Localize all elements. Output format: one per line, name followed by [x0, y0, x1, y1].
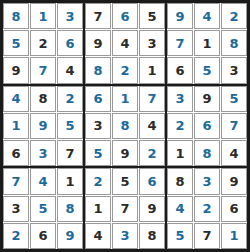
sudoku-cell-r6c9[interactable]: 4	[221, 140, 247, 166]
sudoku-cell-r4c2[interactable]: 8	[30, 86, 56, 112]
sudoku-cell-r3c6[interactable]: 1	[139, 57, 165, 83]
sudoku-cell-r1c2[interactable]: 1	[30, 3, 56, 29]
sudoku-cell-r1c4[interactable]: 7	[85, 3, 111, 29]
sudoku-cell-r6c3[interactable]: 7	[57, 140, 83, 166]
sudoku-cell-r4c6[interactable]: 7	[139, 86, 165, 112]
sudoku-cell-r8c6[interactable]: 9	[139, 196, 165, 222]
sudoku-box-7: 741358269	[3, 168, 83, 249]
sudoku-cell-r4c9[interactable]: 5	[221, 86, 247, 112]
sudoku-box-3: 942718653	[167, 3, 247, 84]
sudoku-cell-r3c8[interactable]: 5	[194, 57, 220, 83]
sudoku-cell-r1c7[interactable]: 9	[167, 3, 193, 29]
sudoku-cell-r7c2[interactable]: 4	[30, 168, 56, 194]
sudoku-cell-r2c2[interactable]: 2	[30, 30, 56, 56]
sudoku-cell-r5c8[interactable]: 6	[194, 113, 220, 139]
sudoku-cell-r4c8[interactable]: 9	[194, 86, 220, 112]
sudoku-box-1: 813526974	[3, 3, 83, 84]
sudoku-cell-r9c6[interactable]: 8	[139, 223, 165, 249]
sudoku-cell-r7c5[interactable]: 5	[112, 168, 138, 194]
sudoku-box-9: 839426571	[167, 168, 247, 249]
sudoku-cell-r2c5[interactable]: 4	[112, 30, 138, 56]
sudoku-cell-r3c2[interactable]: 7	[30, 57, 56, 83]
sudoku-cell-r5c5[interactable]: 8	[112, 113, 138, 139]
sudoku-cell-r3c5[interactable]: 2	[112, 57, 138, 83]
sudoku-cell-r8c9[interactable]: 6	[221, 196, 247, 222]
sudoku-board: 8135269747659438219427186534821956376173…	[0, 0, 250, 252]
sudoku-box-2: 765943821	[85, 3, 165, 84]
sudoku-cell-r3c1[interactable]: 9	[3, 57, 29, 83]
sudoku-cell-r2c4[interactable]: 9	[85, 30, 111, 56]
sudoku-cell-r1c3[interactable]: 3	[57, 3, 83, 29]
sudoku-cell-r3c3[interactable]: 4	[57, 57, 83, 83]
sudoku-cell-r1c8[interactable]: 4	[194, 3, 220, 29]
sudoku-cell-r1c5[interactable]: 6	[112, 3, 138, 29]
sudoku-cell-r7c9[interactable]: 9	[221, 168, 247, 194]
sudoku-cell-r3c9[interactable]: 3	[221, 57, 247, 83]
sudoku-cell-r6c5[interactable]: 9	[112, 140, 138, 166]
sudoku-cell-r7c6[interactable]: 6	[139, 168, 165, 194]
sudoku-cell-r7c1[interactable]: 7	[3, 168, 29, 194]
sudoku-cell-r7c4[interactable]: 2	[85, 168, 111, 194]
sudoku-cell-r4c1[interactable]: 4	[3, 86, 29, 112]
sudoku-cell-r2c9[interactable]: 8	[221, 30, 247, 56]
sudoku-cell-r3c4[interactable]: 8	[85, 57, 111, 83]
sudoku-cell-r8c5[interactable]: 7	[112, 196, 138, 222]
sudoku-box-4: 482195637	[3, 86, 83, 167]
sudoku-cell-r8c7[interactable]: 4	[167, 196, 193, 222]
sudoku-cell-r9c2[interactable]: 6	[30, 223, 56, 249]
sudoku-cell-r9c7[interactable]: 5	[167, 223, 193, 249]
sudoku-cell-r3c7[interactable]: 6	[167, 57, 193, 83]
sudoku-cell-r4c4[interactable]: 6	[85, 86, 111, 112]
sudoku-cell-r4c5[interactable]: 1	[112, 86, 138, 112]
sudoku-cell-r9c8[interactable]: 7	[194, 223, 220, 249]
sudoku-cell-r5c7[interactable]: 2	[167, 113, 193, 139]
sudoku-cell-r2c6[interactable]: 3	[139, 30, 165, 56]
sudoku-cell-r9c4[interactable]: 4	[85, 223, 111, 249]
sudoku-cell-r9c3[interactable]: 9	[57, 223, 83, 249]
sudoku-cell-r1c1[interactable]: 8	[3, 3, 29, 29]
sudoku-box-8: 256179438	[85, 168, 165, 249]
sudoku-cell-r6c4[interactable]: 5	[85, 140, 111, 166]
sudoku-cell-r2c7[interactable]: 7	[167, 30, 193, 56]
sudoku-box-5: 617384592	[85, 86, 165, 167]
sudoku-cell-r2c1[interactable]: 5	[3, 30, 29, 56]
sudoku-cell-r8c4[interactable]: 1	[85, 196, 111, 222]
sudoku-cell-r6c7[interactable]: 1	[167, 140, 193, 166]
sudoku-cell-r5c4[interactable]: 3	[85, 113, 111, 139]
sudoku-box-6: 395267184	[167, 86, 247, 167]
sudoku-cell-r4c3[interactable]: 2	[57, 86, 83, 112]
sudoku-cell-r9c1[interactable]: 2	[3, 223, 29, 249]
sudoku-cell-r5c9[interactable]: 7	[221, 113, 247, 139]
sudoku-cell-r6c8[interactable]: 8	[194, 140, 220, 166]
sudoku-cell-r5c1[interactable]: 1	[3, 113, 29, 139]
sudoku-cell-r8c2[interactable]: 5	[30, 196, 56, 222]
sudoku-cell-r7c3[interactable]: 1	[57, 168, 83, 194]
sudoku-cell-r7c8[interactable]: 3	[194, 168, 220, 194]
sudoku-cell-r7c7[interactable]: 8	[167, 168, 193, 194]
sudoku-cell-r5c6[interactable]: 4	[139, 113, 165, 139]
sudoku-cell-r2c8[interactable]: 1	[194, 30, 220, 56]
sudoku-cell-r8c1[interactable]: 3	[3, 196, 29, 222]
sudoku-cell-r2c3[interactable]: 6	[57, 30, 83, 56]
sudoku-cell-r1c6[interactable]: 5	[139, 3, 165, 29]
sudoku-cell-r9c5[interactable]: 3	[112, 223, 138, 249]
sudoku-cell-r4c7[interactable]: 3	[167, 86, 193, 112]
sudoku-cell-r8c8[interactable]: 2	[194, 196, 220, 222]
sudoku-cell-r6c2[interactable]: 3	[30, 140, 56, 166]
sudoku-cell-r6c6[interactable]: 2	[139, 140, 165, 166]
sudoku-cell-r5c2[interactable]: 9	[30, 113, 56, 139]
sudoku-cell-r1c9[interactable]: 2	[221, 3, 247, 29]
sudoku-cell-r8c3[interactable]: 8	[57, 196, 83, 222]
sudoku-cell-r6c1[interactable]: 6	[3, 140, 29, 166]
sudoku-cell-r9c9[interactable]: 1	[221, 223, 247, 249]
sudoku-cell-r5c3[interactable]: 5	[57, 113, 83, 139]
